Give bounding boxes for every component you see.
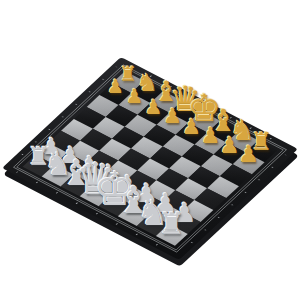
- chess-board: [2, 57, 298, 260]
- product-photo: ♜♞♝♛♚♝♞♜♟♟♟♟♟♟♟♟♟♟♟♟♟♟♟♟♜♞♝♛♚♝♞♜: [0, 0, 300, 300]
- board-grid: [23, 71, 278, 246]
